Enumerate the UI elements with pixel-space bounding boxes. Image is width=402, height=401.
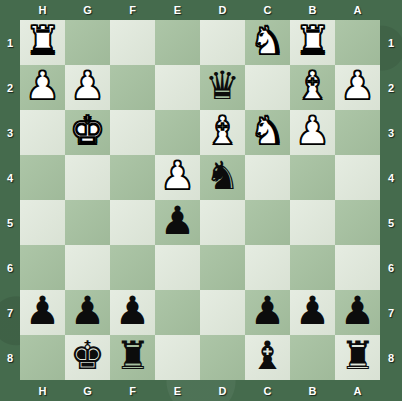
chess-board-frame: HGFEDCBA HGFEDCBA 12345678 12345678 ♜♞♜♟… [0, 0, 402, 401]
square-h1[interactable]: ♜ [20, 20, 65, 65]
file-label-bottom-b: B [290, 380, 335, 401]
rank-label-right-6: 6 [380, 245, 402, 290]
file-label-top-b: B [290, 0, 335, 20]
square-d3[interactable]: ♝ [200, 110, 245, 155]
square-b6[interactable] [290, 245, 335, 290]
square-h2[interactable]: ♟ [20, 65, 65, 110]
square-g6[interactable] [65, 245, 110, 290]
piece-white-pawn[interactable]: ♟ [160, 155, 195, 198]
file-label-top-h: H [20, 0, 65, 20]
rank-label-left-3: 3 [0, 110, 20, 155]
piece-black-queen[interactable]: ♛ [205, 65, 240, 108]
square-h4[interactable] [20, 155, 65, 200]
piece-black-pawn[interactable]: ♟ [295, 290, 330, 333]
square-g8[interactable]: ♚ [65, 335, 110, 380]
rank-labels-right: 12345678 [380, 20, 402, 380]
rank-label-left-4: 4 [0, 155, 20, 200]
piece-white-pawn[interactable]: ♟ [295, 110, 330, 153]
square-f7[interactable]: ♟ [110, 290, 155, 335]
square-e6[interactable] [155, 245, 200, 290]
rank-label-right-2: 2 [380, 65, 402, 110]
file-label-bottom-h: H [20, 380, 65, 401]
square-a5[interactable] [335, 200, 380, 245]
square-b4[interactable] [290, 155, 335, 200]
file-label-bottom-f: F [110, 380, 155, 401]
square-f3[interactable] [110, 110, 155, 155]
file-label-top-e: E [155, 0, 200, 20]
square-c7[interactable]: ♟ [245, 290, 290, 335]
rank-label-left-1: 1 [0, 20, 20, 65]
rank-label-right-5: 5 [380, 200, 402, 245]
rank-label-right-8: 8 [380, 335, 402, 380]
square-b3[interactable]: ♟ [290, 110, 335, 155]
piece-white-bishop[interactable]: ♝ [205, 110, 240, 153]
piece-black-rook[interactable]: ♜ [115, 335, 150, 378]
square-a7[interactable]: ♟ [335, 290, 380, 335]
piece-black-pawn[interactable]: ♟ [160, 200, 195, 243]
file-label-bottom-e: E [155, 380, 200, 401]
square-f8[interactable]: ♜ [110, 335, 155, 380]
rank-label-right-4: 4 [380, 155, 402, 200]
square-b5[interactable] [290, 200, 335, 245]
chess-board: ♜♞♜♟♟♛♝♟♚♝♞♟♟♞♟♟♟♟♟♟♟♚♜♝♜ [20, 20, 380, 380]
square-h5[interactable] [20, 200, 65, 245]
piece-black-rook[interactable]: ♜ [340, 335, 375, 378]
square-e2[interactable] [155, 65, 200, 110]
rank-label-left-6: 6 [0, 245, 20, 290]
square-d8[interactable] [200, 335, 245, 380]
square-h7[interactable]: ♟ [20, 290, 65, 335]
square-f1[interactable] [110, 20, 155, 65]
piece-black-knight[interactable]: ♞ [205, 155, 240, 198]
piece-black-bishop[interactable]: ♝ [250, 335, 285, 378]
rank-label-left-5: 5 [0, 200, 20, 245]
square-g2[interactable]: ♟ [65, 65, 110, 110]
square-b1[interactable]: ♜ [290, 20, 335, 65]
piece-white-bishop[interactable]: ♝ [295, 65, 330, 108]
piece-black-king[interactable]: ♚ [70, 335, 105, 378]
square-c1[interactable]: ♞ [245, 20, 290, 65]
square-e4[interactable]: ♟ [155, 155, 200, 200]
piece-black-pawn[interactable]: ♟ [115, 290, 150, 333]
file-label-bottom-g: G [65, 380, 110, 401]
piece-white-pawn[interactable]: ♟ [25, 65, 60, 108]
file-labels-top: HGFEDCBA [20, 0, 380, 20]
square-c6[interactable] [245, 245, 290, 290]
square-h8[interactable] [20, 335, 65, 380]
rank-label-left-8: 8 [0, 335, 20, 380]
rank-label-left-2: 2 [0, 65, 20, 110]
piece-black-pawn[interactable]: ♟ [340, 290, 375, 333]
square-e7[interactable] [155, 290, 200, 335]
piece-black-pawn[interactable]: ♟ [70, 290, 105, 333]
square-d1[interactable] [200, 20, 245, 65]
square-a6[interactable] [335, 245, 380, 290]
piece-black-pawn[interactable]: ♟ [250, 290, 285, 333]
rank-label-right-7: 7 [380, 290, 402, 335]
square-f2[interactable] [110, 65, 155, 110]
square-e1[interactable] [155, 20, 200, 65]
square-d7[interactable] [200, 290, 245, 335]
rank-label-right-1: 1 [380, 20, 402, 65]
piece-white-rook[interactable]: ♜ [295, 20, 330, 63]
square-g5[interactable] [65, 200, 110, 245]
file-label-top-d: D [200, 0, 245, 20]
square-e3[interactable] [155, 110, 200, 155]
square-f5[interactable] [110, 200, 155, 245]
square-d2[interactable]: ♛ [200, 65, 245, 110]
square-g3[interactable]: ♚ [65, 110, 110, 155]
piece-white-knight[interactable]: ♞ [250, 110, 285, 153]
square-a8[interactable]: ♜ [335, 335, 380, 380]
rank-label-right-3: 3 [380, 110, 402, 155]
piece-white-pawn[interactable]: ♟ [340, 65, 375, 108]
square-g7[interactable]: ♟ [65, 290, 110, 335]
square-c3[interactable]: ♞ [245, 110, 290, 155]
square-a1[interactable] [335, 20, 380, 65]
piece-white-king[interactable]: ♚ [70, 110, 105, 153]
square-d5[interactable] [200, 200, 245, 245]
square-e5[interactable]: ♟ [155, 200, 200, 245]
piece-white-rook[interactable]: ♜ [25, 20, 60, 63]
square-g1[interactable] [65, 20, 110, 65]
square-e8[interactable] [155, 335, 200, 380]
rank-labels-left: 12345678 [0, 20, 20, 380]
square-d4[interactable]: ♞ [200, 155, 245, 200]
piece-white-pawn[interactable]: ♟ [70, 65, 105, 108]
square-a4[interactable] [335, 155, 380, 200]
file-label-top-g: G [65, 0, 110, 20]
square-f4[interactable] [110, 155, 155, 200]
rank-label-left-7: 7 [0, 290, 20, 335]
file-label-top-c: C [245, 0, 290, 20]
file-label-bottom-a: A [335, 380, 380, 401]
square-b7[interactable]: ♟ [290, 290, 335, 335]
file-labels-bottom: HGFEDCBA [20, 380, 380, 401]
square-d6[interactable] [200, 245, 245, 290]
piece-white-knight[interactable]: ♞ [250, 20, 285, 63]
square-b8[interactable] [290, 335, 335, 380]
square-c8[interactable]: ♝ [245, 335, 290, 380]
square-c2[interactable] [245, 65, 290, 110]
square-h6[interactable] [20, 245, 65, 290]
piece-black-pawn[interactable]: ♟ [25, 290, 60, 333]
file-label-bottom-d: D [200, 380, 245, 401]
square-a2[interactable]: ♟ [335, 65, 380, 110]
square-h3[interactable] [20, 110, 65, 155]
square-f6[interactable] [110, 245, 155, 290]
file-label-top-f: F [110, 0, 155, 20]
square-c4[interactable] [245, 155, 290, 200]
file-label-bottom-c: C [245, 380, 290, 401]
square-b2[interactable]: ♝ [290, 65, 335, 110]
square-a3[interactable] [335, 110, 380, 155]
file-label-top-a: A [335, 0, 380, 20]
square-g4[interactable] [65, 155, 110, 200]
square-c5[interactable] [245, 200, 290, 245]
